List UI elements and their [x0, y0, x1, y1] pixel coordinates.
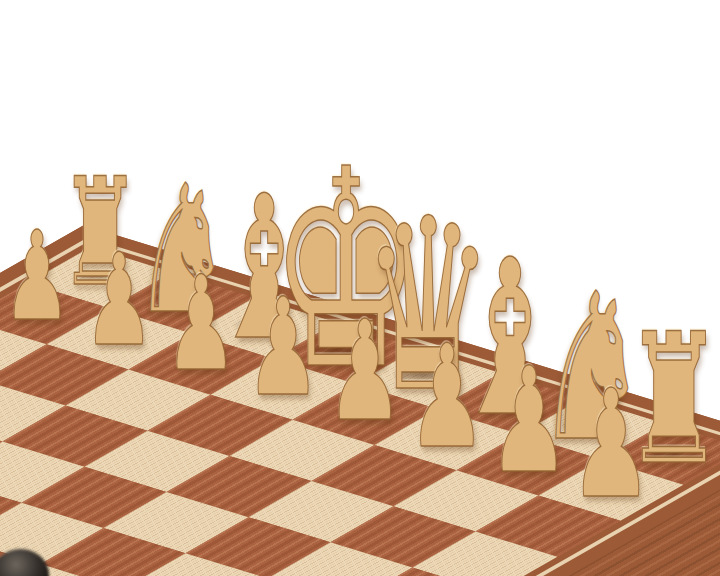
chess-board	[0, 247, 720, 576]
chess-set-photo: ♜♞♝♚♛♝♞♜♟♟♟♟♟♟♟♟	[0, 0, 720, 576]
